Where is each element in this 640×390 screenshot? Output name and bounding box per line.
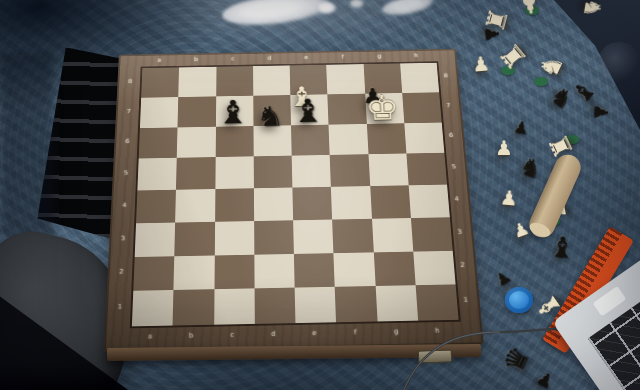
spare-piece-black-queen[interactable]: ♛ [499, 343, 535, 378]
spare-piece-white-pawn[interactable]: ♟ [499, 187, 519, 208]
spare-piece-black-pawn[interactable]: ♟ [482, 25, 501, 43]
spare-piece-black-bishop[interactable]: ♝ [548, 233, 575, 263]
blue-bottle-cap [505, 287, 533, 313]
spare-piece-white-pawn[interactable]: ♟ [471, 53, 491, 74]
felt-pad [534, 77, 548, 86]
spare-piece-black-pawn[interactable]: ♟ [591, 103, 610, 121]
photo-scene: ♝♟♝♞♝♚ aabbccddeeffgghh8877665544332211 … [0, 0, 640, 390]
laptop-sticker [593, 286, 627, 316]
spare-piece-black-knight[interactable]: ♞ [517, 153, 545, 183]
spare-piece-black-pawn[interactable]: ♟ [513, 119, 530, 137]
spare-piece-white-knight[interactable]: ♞ [579, 0, 604, 20]
spare-piece-black-pawn[interactable]: ♟ [493, 268, 514, 289]
spare-piece-white-pawn[interactable]: ♟ [519, 0, 540, 17]
spare-piece-white-pawn[interactable]: ♟ [495, 138, 513, 158]
spare-piece-black-pawn[interactable]: ♟ [534, 368, 557, 390]
